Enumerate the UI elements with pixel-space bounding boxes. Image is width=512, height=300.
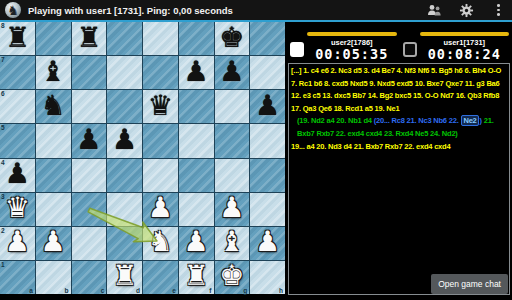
square-a4[interactable]: ♟4 <box>0 159 35 192</box>
square-d1[interactable]: ♜d <box>107 261 142 294</box>
square-b5[interactable] <box>36 124 71 157</box>
square-g3[interactable]: ♟ <box>215 193 250 226</box>
square-a6[interactable]: 6 <box>0 90 35 123</box>
square-e5[interactable] <box>143 124 178 157</box>
square-d5[interactable]: ♟ <box>107 124 142 157</box>
white-bishop-piece: ♝ <box>219 228 244 256</box>
window-title: Playing with user1 [1731]. Ping: 0,00 se… <box>28 5 233 16</box>
file-label: b <box>65 287 69 294</box>
move-line: 12. e3 c5 13. dxc5 Bb7 14. Bg2 bxc5 15. … <box>291 90 508 103</box>
square-f7[interactable]: ♟ <box>179 56 214 89</box>
file-label: h <box>279 287 283 294</box>
move-segment[interactable]: 7. Rc1 b6 8. cxd5 Nxd5 9. Nxd5 exd5 10. … <box>291 79 500 88</box>
rank-label: 7 <box>1 56 5 63</box>
square-e1[interactable]: e <box>143 261 178 294</box>
square-f5[interactable] <box>179 124 214 157</box>
game-info-panel: user2[1786] 00:05:35 user1[1731] 00:08:2… <box>285 22 512 298</box>
square-e6[interactable]: ♛ <box>143 90 178 123</box>
square-a2[interactable]: ♟2 <box>0 227 35 260</box>
square-c2[interactable] <box>72 227 107 260</box>
white-time-bar <box>307 32 397 36</box>
overflow-menu-icon[interactable] <box>489 2 507 18</box>
move-line: [...] 1. c4 e6 2. Nc3 d5 3. d4 Be7 4. Nf… <box>291 65 508 78</box>
black-time-bar <box>420 32 510 36</box>
move-segment[interactable]: [...] 1. c4 e6 2. Nc3 d5 3. d4 Be7 4. Nf… <box>291 66 501 75</box>
white-clock-time: 00:05:35 <box>315 47 388 61</box>
square-f1[interactable]: ♜f <box>179 261 214 294</box>
square-c4[interactable] <box>72 159 107 192</box>
file-label: d <box>136 287 140 294</box>
move-line: (19. Nd2 a4 20. Nb1 d4 (20... Rc8 21. Nc… <box>291 115 508 128</box>
move-segment[interactable]: 17. Qa3 Qe6 18. Rcd1 a5 19. Ne1 <box>291 104 399 113</box>
move-segment[interactable]: Bxb7 Rxb7 22. exd4 cxd4 23. Rxd4 Ne5 24.… <box>297 129 458 138</box>
move-segment[interactable]: 12. e3 c5 13. dxc5 Bb7 14. Bg2 bxc5 15. … <box>291 91 499 100</box>
white-clock: user2[1786] 00:05:35 <box>287 24 400 61</box>
square-e3[interactable]: ♟ <box>143 193 178 226</box>
square-h6[interactable]: ♟ <box>250 90 285 123</box>
black-clock-time: 00:08:24 <box>428 47 501 61</box>
square-d6[interactable] <box>107 90 142 123</box>
clocks: user2[1786] 00:05:35 user1[1731] 00:08:2… <box>287 22 512 61</box>
square-d7[interactable] <box>107 56 142 89</box>
square-b1[interactable]: b <box>36 261 71 294</box>
square-f6[interactable] <box>179 90 214 123</box>
square-f2[interactable]: ♟ <box>179 227 214 260</box>
rank-label: 6 <box>1 90 5 97</box>
move-segment[interactable]: (20... Rc8 21. Nc3 Nb6 22. <box>374 116 461 125</box>
square-d3[interactable] <box>107 193 142 226</box>
rank-label: 4 <box>1 159 5 166</box>
move-line: 7. Rc1 b6 8. cxd5 Nxd5 9. Nxd5 exd5 10. … <box>291 78 508 91</box>
square-e2[interactable]: ♞ <box>143 227 178 260</box>
white-pawn-piece: ♟ <box>219 194 244 222</box>
chess-board[interactable]: ♜8♜♚7♝♟♟6♞♛♟5♟♟♟4♛3♟♟♟2♟♞♟♝♟1abc♜de♜f♚gh <box>0 22 285 294</box>
file-label: f <box>209 287 211 294</box>
square-c1[interactable]: c <box>72 261 107 294</box>
move-segment[interactable]: 19... a4 20. Nd3 d4 21. Bxb7 Rxb7 22. ex… <box>291 142 450 151</box>
move-line: Bxb7 Rxb7 22. exd4 cxd4 23. Rxd4 Ne5 24.… <box>291 128 508 141</box>
square-b4[interactable] <box>36 159 71 192</box>
square-b2[interactable]: ♟ <box>36 227 71 260</box>
white-pawn-piece: ♟ <box>41 228 66 256</box>
move-segment[interactable]: (19. Nd2 a4 20. Nb1 d4 <box>297 116 374 125</box>
white-king-piece: ♚ <box>219 262 244 290</box>
square-h5[interactable] <box>250 124 285 157</box>
square-e4[interactable] <box>143 159 178 192</box>
square-b7[interactable]: ♝ <box>36 56 71 89</box>
square-f4[interactable] <box>179 159 214 192</box>
square-h8[interactable] <box>250 22 285 55</box>
file-label: c <box>101 287 105 294</box>
white-pawn-piece: ♟ <box>5 228 30 256</box>
board-area: ♜8♜♚7♝♟♟6♞♛♟5♟♟♟4♛3♟♟♟2♟♞♟♝♟1abc♜de♜f♚gh <box>0 22 285 294</box>
square-a7[interactable]: 7 <box>0 56 35 89</box>
square-f3[interactable] <box>179 193 214 226</box>
black-clock: user1[1731] 00:08:24 <box>400 24 512 61</box>
black-queen-piece: ♛ <box>148 92 173 120</box>
move-line: 17. Qa3 Qe6 18. Rcd1 a5 19. Ne1 <box>291 103 508 116</box>
square-b6[interactable]: ♞ <box>36 90 71 123</box>
white-pawn-piece: ♟ <box>148 194 173 222</box>
black-bishop-piece: ♝ <box>41 58 66 86</box>
square-g8[interactable]: ♚ <box>215 22 250 55</box>
rank-label: 3 <box>1 193 5 200</box>
black-pawn-piece: ♟ <box>5 160 30 188</box>
square-g7[interactable]: ♟ <box>215 56 250 89</box>
square-h7[interactable] <box>250 56 285 89</box>
square-d8[interactable] <box>107 22 142 55</box>
white-rook-piece: ♜ <box>112 262 137 290</box>
white-queen-piece: ♛ <box>5 194 30 222</box>
square-e8[interactable] <box>143 22 178 55</box>
black-rook-piece: ♜ <box>76 24 101 52</box>
black-side-icon <box>403 42 417 57</box>
square-b3[interactable] <box>36 193 71 226</box>
white-pawn-piece: ♟ <box>255 228 280 256</box>
rank-label: 1 <box>1 261 5 268</box>
move-list[interactable]: [...] 1. c4 e6 2. Nc3 d5 3. d4 Be7 4. Nf… <box>288 63 510 295</box>
square-c7[interactable] <box>72 56 107 89</box>
square-h2[interactable]: ♟ <box>250 227 285 260</box>
square-g6[interactable] <box>215 90 250 123</box>
square-a8[interactable]: ♜8 <box>0 22 35 55</box>
square-c8[interactable]: ♜ <box>72 22 107 55</box>
square-g5[interactable] <box>215 124 250 157</box>
square-g2[interactable]: ♝ <box>215 227 250 260</box>
white-rook-piece: ♜ <box>184 262 209 290</box>
square-f8[interactable] <box>179 22 214 55</box>
open-game-chat-button[interactable]: Open game chat <box>431 274 508 294</box>
square-a3[interactable]: ♛3 <box>0 193 35 226</box>
square-h4[interactable] <box>250 159 285 192</box>
file-label: g <box>243 287 247 294</box>
square-a5[interactable]: 5 <box>0 124 35 157</box>
white-pawn-piece: ♟ <box>184 228 209 256</box>
move-segment[interactable]: 21. <box>482 116 494 125</box>
square-h1[interactable]: h <box>250 261 285 294</box>
black-pawn-piece: ♟ <box>76 126 101 154</box>
black-pawn-piece: ♟ <box>112 126 137 154</box>
black-pawn-piece: ♟ <box>255 92 280 120</box>
black-king-piece: ♚ <box>219 24 244 52</box>
app-icon: ♞ <box>5 2 21 18</box>
square-b8[interactable] <box>36 22 71 55</box>
square-d4[interactable] <box>107 159 142 192</box>
file-label: a <box>29 287 33 294</box>
black-rook-piece: ♜ <box>5 24 30 52</box>
black-pawn-piece: ♟ <box>184 58 209 86</box>
white-knight-piece: ♞ <box>148 228 173 256</box>
rank-label: 2 <box>1 227 5 234</box>
settings-icon[interactable] <box>457 2 475 18</box>
square-c6[interactable] <box>72 90 107 123</box>
square-c3[interactable] <box>72 193 107 226</box>
square-e7[interactable] <box>143 56 178 89</box>
black-pawn-piece: ♟ <box>219 58 244 86</box>
knight-logo-icon: ♞ <box>7 4 19 17</box>
square-g4[interactable] <box>215 159 250 192</box>
file-label: e <box>172 287 176 294</box>
square-h3[interactable] <box>250 193 285 226</box>
white-side-icon <box>290 42 304 57</box>
players-icon[interactable] <box>425 2 443 18</box>
action-bar: ♞ Playing with user1 [1731]. Ping: 0,00 … <box>0 0 512 22</box>
black-knight-piece: ♞ <box>41 92 66 120</box>
square-d2[interactable] <box>107 227 142 260</box>
rank-label: 5 <box>1 124 5 131</box>
move-line: 19... a4 20. Nd3 d4 21. Bxb7 Rxb7 22. ex… <box>291 141 508 154</box>
square-a1[interactable]: 1a <box>0 261 35 294</box>
current-move[interactable]: Ne2 <box>461 115 478 126</box>
square-g1[interactable]: ♚g <box>215 261 250 294</box>
square-c5[interactable]: ♟ <box>72 124 107 157</box>
rank-label: 8 <box>1 22 5 29</box>
